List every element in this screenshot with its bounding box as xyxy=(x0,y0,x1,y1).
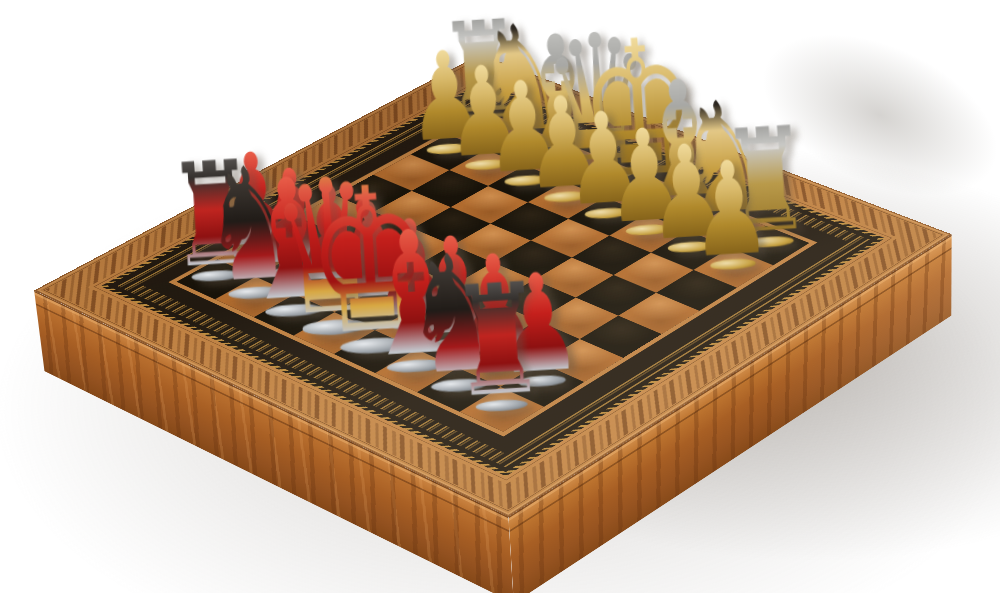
camera-roll-wrapper: ♜♞♝♛♚♝♞♜♟♟♟♟♟♟♟♟♟♟♟♟♟♟♟♟♜♞♝♛♚♝♞♜ xyxy=(0,0,1000,593)
perspective-scene: ♜♞♝♛♚♝♞♜♟♟♟♟♟♟♟♟♟♟♟♟♟♟♟♟♜♞♝♛♚♝♞♜ xyxy=(0,0,1000,593)
product-photo-stage: ♜♞♝♛♚♝♞♜♟♟♟♟♟♟♟♟♟♟♟♟♟♟♟♟♜♞♝♛♚♝♞♜ xyxy=(0,0,1000,593)
white-rook-glyph: ♜ xyxy=(447,266,549,415)
black-pawn-glyph: ♟ xyxy=(686,146,773,273)
chess-board-case: ♜♞♝♛♚♝♞♜♟♟♟♟♟♟♟♟♟♟♟♟♟♟♟♟♜♞♝♛♚♝♞♜ xyxy=(34,54,952,516)
